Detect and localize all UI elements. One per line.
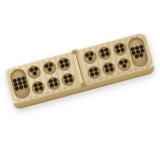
pit-bottom-1[interactable]: ●●●● bbox=[30, 79, 46, 95]
pit-bottom-5[interactable]: ●●●● bbox=[101, 60, 117, 76]
stone: ● bbox=[64, 63, 69, 68]
pit-top-4[interactable]: ●●● bbox=[82, 49, 98, 65]
stone: ● bbox=[139, 53, 144, 58]
mancala-board: ●●●●●●●●● ●●● ●●● ●●●● ●●● ●●●● ●●●● ●●●… bbox=[4, 32, 156, 111]
hinge-pin-top-icon bbox=[72, 49, 78, 54]
stone: ● bbox=[105, 52, 110, 57]
pit-bottom-4[interactable]: ●●●● bbox=[86, 64, 102, 80]
stone: ● bbox=[32, 71, 37, 76]
stone: ● bbox=[109, 67, 114, 72]
stone: ● bbox=[68, 78, 73, 83]
pit-top-2[interactable]: ●●● bbox=[41, 60, 57, 76]
stone: ● bbox=[47, 67, 52, 72]
pit-bottom-6[interactable]: ●●● bbox=[116, 56, 132, 72]
product-photo-scene: ●●●●●●●●● ●●● ●●● ●●●● ●●● ●●●● ●●●● ●●●… bbox=[0, 0, 160, 160]
stone: ● bbox=[53, 82, 58, 87]
stone: ● bbox=[23, 84, 28, 89]
stone: ● bbox=[88, 56, 93, 61]
pit-bottom-2[interactable]: ●●●● bbox=[45, 75, 61, 91]
pit-top-3[interactable]: ●●●● bbox=[56, 56, 72, 72]
pit-top-1[interactable]: ●●● bbox=[26, 64, 42, 80]
pit-bottom-3[interactable]: ●●●● bbox=[60, 71, 76, 87]
pit-top-6[interactable]: ●●●● bbox=[112, 41, 128, 57]
stone: ● bbox=[120, 48, 125, 53]
stone: ● bbox=[122, 64, 127, 69]
board-top-face: ●●●●●●●●● ●●● ●●● ●●●● ●●● ●●●● ●●●● ●●●… bbox=[4, 32, 154, 105]
pit-top-5[interactable]: ●●●● bbox=[97, 45, 113, 61]
stone: ● bbox=[94, 71, 99, 76]
stone: ● bbox=[38, 86, 43, 91]
